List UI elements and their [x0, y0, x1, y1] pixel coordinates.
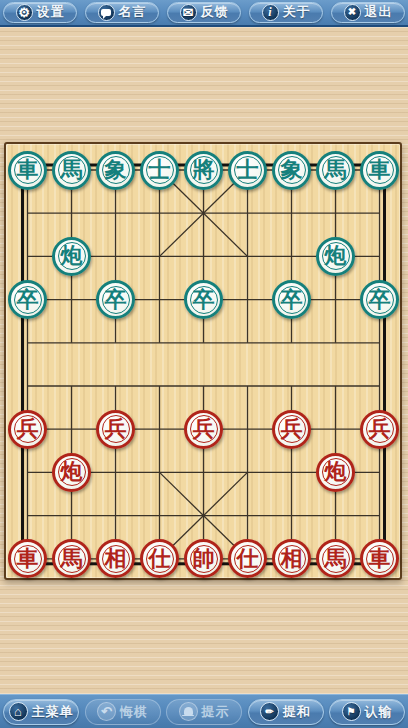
- piece-red-soldier[interactable]: 兵: [272, 410, 311, 449]
- about-button[interactable]: i 关于: [249, 2, 323, 23]
- hint-label: 提示: [202, 703, 230, 721]
- piece-red-general[interactable]: 帥: [184, 539, 223, 578]
- pencil-icon: ✏: [260, 702, 279, 721]
- piece-black-soldier[interactable]: 卒: [272, 280, 311, 319]
- piece-black-soldier[interactable]: 卒: [96, 280, 135, 319]
- xiangqi-app: ⚙ 设置 名言 ✉ 反馈 i 关于 ✖ 退出 車馬象士將士象馬車炮炮卒卒卒卒卒兵…: [0, 0, 408, 728]
- piece-black-advisor[interactable]: 士: [140, 151, 179, 190]
- piece-red-horse[interactable]: 馬: [52, 539, 91, 578]
- piece-red-cannon[interactable]: 炮: [316, 453, 355, 492]
- piece-black-horse[interactable]: 馬: [316, 151, 355, 190]
- exit-label: 退出: [365, 3, 393, 21]
- settings-label: 设置: [37, 3, 65, 21]
- home-icon: ⌂: [9, 702, 28, 721]
- piece-red-soldier[interactable]: 兵: [360, 410, 399, 449]
- gear-icon: ⚙: [16, 4, 33, 21]
- bottom-toolbar: ⌂ 主菜单 ↶ 悔棋 提示 ✏ 提和 ⚑ 认输: [0, 694, 408, 728]
- undo-icon: ↶: [97, 702, 116, 721]
- hint-button: 提示: [166, 699, 242, 725]
- settings-button[interactable]: ⚙ 设置: [3, 2, 77, 23]
- undo-move-button: ↶ 悔棋: [85, 699, 161, 725]
- main-menu-label: 主菜单: [32, 703, 74, 721]
- piece-red-chariot[interactable]: 車: [8, 539, 47, 578]
- piece-black-chariot[interactable]: 車: [360, 151, 399, 190]
- info-icon: i: [262, 4, 279, 21]
- top-toolbar: ⚙ 设置 名言 ✉ 反馈 i 关于 ✖ 退出: [0, 0, 408, 27]
- feedback-label: 反馈: [201, 3, 229, 21]
- piece-black-general[interactable]: 將: [184, 151, 223, 190]
- main-menu-button[interactable]: ⌂ 主菜单: [3, 699, 79, 725]
- piece-black-cannon[interactable]: 炮: [52, 237, 91, 276]
- piece-red-soldier[interactable]: 兵: [8, 410, 47, 449]
- piece-black-soldier[interactable]: 卒: [360, 280, 399, 319]
- feedback-button[interactable]: ✉ 反馈: [167, 2, 241, 23]
- piece-red-advisor[interactable]: 仕: [228, 539, 267, 578]
- speech-bubble-icon: [98, 4, 115, 21]
- about-label: 关于: [283, 3, 311, 21]
- xiangqi-board[interactable]: 車馬象士將士象馬車炮炮卒卒卒卒卒兵兵兵兵兵炮炮車馬相仕帥仕相馬車: [4, 142, 402, 580]
- piece-red-cannon[interactable]: 炮: [52, 453, 91, 492]
- offer-draw-button[interactable]: ✏ 提和: [248, 699, 324, 725]
- undo-move-label: 悔棋: [120, 703, 148, 721]
- quotes-button[interactable]: 名言: [85, 2, 159, 23]
- close-icon: ✖: [344, 4, 361, 21]
- envelope-icon: ✉: [180, 4, 197, 21]
- piece-red-elephant[interactable]: 相: [96, 539, 135, 578]
- piece-black-elephant[interactable]: 象: [272, 151, 311, 190]
- piece-red-horse[interactable]: 馬: [316, 539, 355, 578]
- piece-black-soldier[interactable]: 卒: [184, 280, 223, 319]
- piece-red-soldier[interactable]: 兵: [96, 410, 135, 449]
- piece-black-soldier[interactable]: 卒: [8, 280, 47, 319]
- piece-black-horse[interactable]: 馬: [52, 151, 91, 190]
- quotes-label: 名言: [119, 3, 147, 21]
- resign-label: 认输: [365, 703, 393, 721]
- exit-button[interactable]: ✖ 退出: [331, 2, 405, 23]
- bell-icon: [179, 702, 198, 721]
- board-pieces: 車馬象士將士象馬車炮炮卒卒卒卒卒兵兵兵兵兵炮炮車馬相仕帥仕相馬車: [4, 142, 402, 580]
- offer-draw-label: 提和: [283, 703, 311, 721]
- piece-black-elephant[interactable]: 象: [96, 151, 135, 190]
- piece-red-soldier[interactable]: 兵: [184, 410, 223, 449]
- piece-black-cannon[interactable]: 炮: [316, 237, 355, 276]
- piece-red-chariot[interactable]: 車: [360, 539, 399, 578]
- flag-icon: ⚑: [342, 702, 361, 721]
- piece-black-chariot[interactable]: 車: [8, 151, 47, 190]
- resign-button[interactable]: ⚑ 认输: [329, 699, 405, 725]
- piece-black-advisor[interactable]: 士: [228, 151, 267, 190]
- piece-red-elephant[interactable]: 相: [272, 539, 311, 578]
- piece-red-advisor[interactable]: 仕: [140, 539, 179, 578]
